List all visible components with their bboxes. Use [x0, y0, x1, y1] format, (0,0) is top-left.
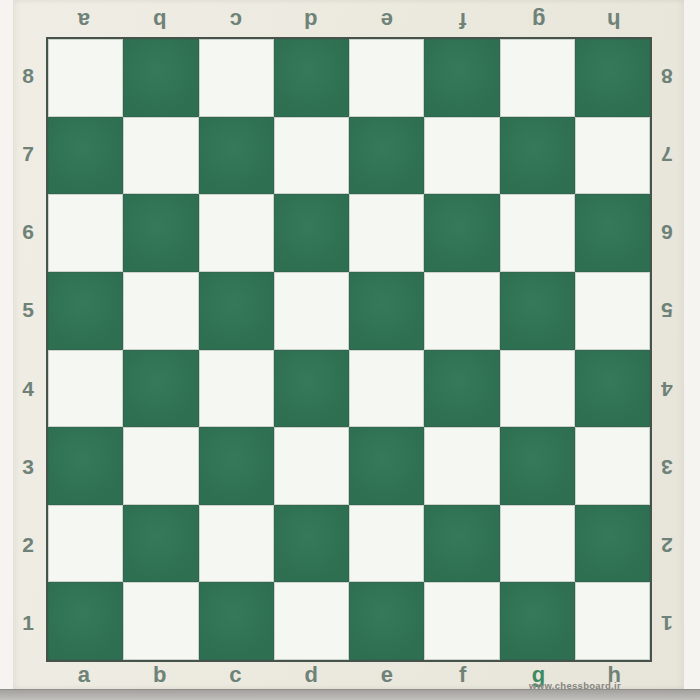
square-d6[interactable] [274, 194, 349, 272]
photo-bottom-edge [0, 689, 700, 700]
square-c6[interactable] [199, 194, 274, 272]
square-h3[interactable] [575, 427, 650, 505]
square-c4[interactable] [199, 350, 274, 428]
square-d3[interactable] [274, 427, 349, 505]
file-label-bottom-e: e [349, 661, 425, 688]
square-d8[interactable] [274, 39, 349, 117]
rank-labels-left: 87654321 [10, 37, 46, 662]
square-h4[interactable] [575, 350, 650, 428]
square-g6[interactable] [500, 194, 575, 272]
square-c8[interactable] [199, 39, 274, 117]
file-label-top-f: f [425, 0, 501, 37]
file-label-top-b: b [122, 0, 198, 37]
square-d4[interactable] [274, 350, 349, 428]
square-f8[interactable] [424, 39, 499, 117]
square-b4[interactable] [123, 350, 198, 428]
rank-label-left-3: 3 [10, 428, 46, 506]
square-h6[interactable] [575, 194, 650, 272]
rank-label-right-6: 6 [650, 193, 684, 271]
square-g1[interactable] [500, 582, 575, 660]
square-e6[interactable] [349, 194, 424, 272]
rank-label-left-1: 1 [10, 584, 46, 662]
rank-label-left-8: 8 [10, 37, 46, 115]
square-g5[interactable] [500, 272, 575, 350]
rank-label-left-2: 2 [10, 506, 46, 584]
rank-label-right-7: 7 [650, 115, 684, 193]
rank-label-right-3: 3 [650, 428, 684, 506]
square-c2[interactable] [199, 505, 274, 583]
square-e5[interactable] [349, 272, 424, 350]
rank-label-right-2: 2 [650, 506, 684, 584]
square-a6[interactable] [48, 194, 123, 272]
square-b5[interactable] [123, 272, 198, 350]
square-d2[interactable] [274, 505, 349, 583]
square-a8[interactable] [48, 39, 123, 117]
photo-background: abcdefgh abcdefgh 87654321 87654321 www.… [0, 0, 700, 700]
square-e1[interactable] [349, 582, 424, 660]
rank-label-left-7: 7 [10, 115, 46, 193]
rank-label-left-4: 4 [10, 350, 46, 428]
file-label-bottom-c: c [198, 661, 274, 688]
square-b2[interactable] [123, 505, 198, 583]
square-g2[interactable] [500, 505, 575, 583]
square-c1[interactable] [199, 582, 274, 660]
square-e4[interactable] [349, 350, 424, 428]
square-g3[interactable] [500, 427, 575, 505]
rank-label-left-6: 6 [10, 193, 46, 271]
square-a4[interactable] [48, 350, 123, 428]
file-label-bottom-f: f [425, 661, 501, 688]
square-f6[interactable] [424, 194, 499, 272]
square-h7[interactable] [575, 117, 650, 195]
file-label-top-d: d [273, 0, 349, 37]
square-h8[interactable] [575, 39, 650, 117]
rank-label-right-4: 4 [650, 350, 684, 428]
square-a1[interactable] [48, 582, 123, 660]
square-e7[interactable] [349, 117, 424, 195]
square-e8[interactable] [349, 39, 424, 117]
square-d1[interactable] [274, 582, 349, 660]
square-e3[interactable] [349, 427, 424, 505]
square-f7[interactable] [424, 117, 499, 195]
square-a7[interactable] [48, 117, 123, 195]
square-a2[interactable] [48, 505, 123, 583]
rank-label-left-5: 5 [10, 271, 46, 349]
file-labels-top: abcdefgh [46, 0, 652, 37]
square-f1[interactable] [424, 582, 499, 660]
chess-board [46, 37, 652, 662]
file-label-top-e: e [349, 0, 425, 37]
rank-label-right-8: 8 [650, 37, 684, 115]
file-label-top-a: a [46, 0, 122, 37]
file-label-top-c: c [198, 0, 274, 37]
file-label-bottom-b: b [122, 661, 198, 688]
rank-labels-right: 87654321 [650, 37, 684, 662]
square-f5[interactable] [424, 272, 499, 350]
square-f4[interactable] [424, 350, 499, 428]
square-b6[interactable] [123, 194, 198, 272]
square-a3[interactable] [48, 427, 123, 505]
square-a5[interactable] [48, 272, 123, 350]
rank-label-right-5: 5 [650, 271, 684, 349]
file-label-top-h: h [576, 0, 652, 37]
square-b8[interactable] [123, 39, 198, 117]
file-label-bottom-a: a [46, 661, 122, 688]
rank-label-right-1: 1 [650, 584, 684, 662]
file-label-bottom-d: d [273, 661, 349, 688]
square-d5[interactable] [274, 272, 349, 350]
square-d7[interactable] [274, 117, 349, 195]
square-b7[interactable] [123, 117, 198, 195]
square-g8[interactable] [500, 39, 575, 117]
square-f3[interactable] [424, 427, 499, 505]
square-g7[interactable] [500, 117, 575, 195]
square-b3[interactable] [123, 427, 198, 505]
square-c7[interactable] [199, 117, 274, 195]
square-c5[interactable] [199, 272, 274, 350]
square-e2[interactable] [349, 505, 424, 583]
file-label-top-g: g [501, 0, 577, 37]
square-h1[interactable] [575, 582, 650, 660]
square-h5[interactable] [575, 272, 650, 350]
square-c3[interactable] [199, 427, 274, 505]
square-g4[interactable] [500, 350, 575, 428]
square-b1[interactable] [123, 582, 198, 660]
square-h2[interactable] [575, 505, 650, 583]
square-f2[interactable] [424, 505, 499, 583]
